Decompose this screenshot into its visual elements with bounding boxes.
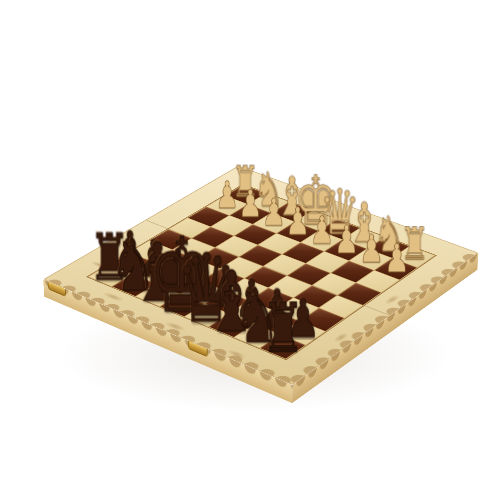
carving-mark [382, 294, 403, 306]
carving-mark [163, 320, 188, 332]
carving-mark [100, 291, 126, 303]
carving-mark [225, 348, 249, 359]
piece-white-pawn[interactable]: ♟ [372, 238, 421, 269]
square-h4[interactable] [338, 283, 381, 305]
piece-black-rook[interactable]: ♜ [248, 294, 318, 347]
square-h3[interactable] [357, 271, 399, 292]
product-photo: ♜♞♝♚♛♝♞♜♟♟♟♟♟♟♟♟♟♟♟♟♟♟♟♟♜♞♝♚♛♝♞♜ [0, 0, 500, 500]
